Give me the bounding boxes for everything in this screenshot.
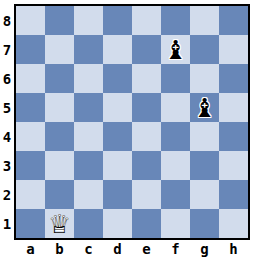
square-e2[interactable] — [132, 180, 161, 209]
rank-label-4: 4 — [0, 122, 14, 151]
square-f4[interactable] — [161, 122, 190, 151]
rank-label-6: 6 — [0, 64, 14, 93]
square-e6[interactable] — [132, 64, 161, 93]
file-label-b: b — [45, 240, 74, 258]
square-a6[interactable] — [16, 64, 45, 93]
square-h3[interactable] — [219, 151, 248, 180]
square-h2[interactable] — [219, 180, 248, 209]
square-g6[interactable] — [190, 64, 219, 93]
square-b5[interactable] — [45, 93, 74, 122]
square-a3[interactable] — [16, 151, 45, 180]
square-f6[interactable] — [161, 64, 190, 93]
square-d2[interactable] — [103, 180, 132, 209]
chess-diagram: 87654321 ♝♝♛♕ abcdefgh — [0, 0, 256, 258]
chess-board[interactable]: ♝♝♛♕ — [14, 4, 250, 240]
file-label-a: a — [16, 240, 45, 258]
square-a4[interactable] — [16, 122, 45, 151]
square-g2[interactable] — [190, 180, 219, 209]
square-d4[interactable] — [103, 122, 132, 151]
square-f8[interactable] — [161, 6, 190, 35]
rank-labels: 87654321 — [0, 6, 14, 238]
rank-label-2: 2 — [0, 180, 14, 209]
file-label-e: e — [132, 240, 161, 258]
square-b1[interactable]: ♛♕ — [45, 209, 74, 238]
square-d3[interactable] — [103, 151, 132, 180]
rank-label-5: 5 — [0, 93, 14, 122]
file-label-h: h — [219, 240, 248, 258]
rank-label-7: 7 — [0, 35, 14, 64]
square-e5[interactable] — [132, 93, 161, 122]
square-c8[interactable] — [74, 6, 103, 35]
square-a1[interactable] — [16, 209, 45, 238]
file-label-g: g — [190, 240, 219, 258]
black-bishop-g5[interactable]: ♝ — [190, 93, 219, 122]
white-queen-b1[interactable]: ♛♕ — [45, 209, 74, 238]
square-g3[interactable] — [190, 151, 219, 180]
square-g1[interactable] — [190, 209, 219, 238]
square-h8[interactable] — [219, 6, 248, 35]
square-c2[interactable] — [74, 180, 103, 209]
square-e4[interactable] — [132, 122, 161, 151]
square-h6[interactable] — [219, 64, 248, 93]
square-c1[interactable] — [74, 209, 103, 238]
file-label-c: c — [74, 240, 103, 258]
rank-label-8: 8 — [0, 6, 14, 35]
square-g4[interactable] — [190, 122, 219, 151]
square-h1[interactable] — [219, 209, 248, 238]
rank-label-1: 1 — [0, 209, 14, 238]
square-b6[interactable] — [45, 64, 74, 93]
square-c6[interactable] — [74, 64, 103, 93]
file-label-d: d — [103, 240, 132, 258]
square-d7[interactable] — [103, 35, 132, 64]
square-b2[interactable] — [45, 180, 74, 209]
square-e3[interactable] — [132, 151, 161, 180]
square-f2[interactable] — [161, 180, 190, 209]
square-e7[interactable] — [132, 35, 161, 64]
square-c7[interactable] — [74, 35, 103, 64]
square-a8[interactable] — [16, 6, 45, 35]
square-d6[interactable] — [103, 64, 132, 93]
square-a7[interactable] — [16, 35, 45, 64]
square-a2[interactable] — [16, 180, 45, 209]
square-b7[interactable] — [45, 35, 74, 64]
square-f3[interactable] — [161, 151, 190, 180]
square-b3[interactable] — [45, 151, 74, 180]
square-f7[interactable]: ♝ — [161, 35, 190, 64]
square-b8[interactable] — [45, 6, 74, 35]
square-d1[interactable] — [103, 209, 132, 238]
square-g7[interactable] — [190, 35, 219, 64]
black-bishop-f7[interactable]: ♝ — [161, 35, 190, 64]
square-g5[interactable]: ♝ — [190, 93, 219, 122]
file-labels: abcdefgh — [16, 240, 248, 258]
square-d5[interactable] — [103, 93, 132, 122]
square-c4[interactable] — [74, 122, 103, 151]
square-h7[interactable] — [219, 35, 248, 64]
piece-glyph-stroke: ♕ — [45, 209, 74, 238]
square-c3[interactable] — [74, 151, 103, 180]
square-b4[interactable] — [45, 122, 74, 151]
square-f5[interactable] — [161, 93, 190, 122]
square-h4[interactable] — [219, 122, 248, 151]
square-h5[interactable] — [219, 93, 248, 122]
square-e8[interactable] — [132, 6, 161, 35]
square-a5[interactable] — [16, 93, 45, 122]
file-label-f: f — [161, 240, 190, 258]
square-g8[interactable] — [190, 6, 219, 35]
square-e1[interactable] — [132, 209, 161, 238]
square-d8[interactable] — [103, 6, 132, 35]
square-c5[interactable] — [74, 93, 103, 122]
square-f1[interactable] — [161, 209, 190, 238]
rank-label-3: 3 — [0, 151, 14, 180]
